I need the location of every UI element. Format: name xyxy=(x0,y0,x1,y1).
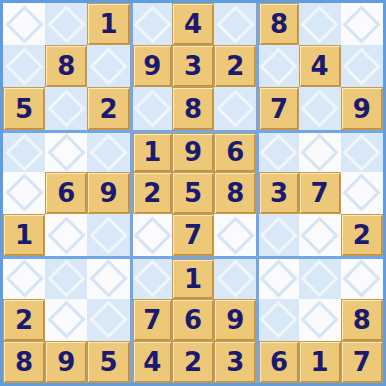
given-digit: 7 xyxy=(270,96,288,122)
given-digit: 1 xyxy=(311,349,329,375)
given-tile: 7 xyxy=(172,214,214,256)
given-digit: 8 xyxy=(353,307,371,333)
given-tile: 8 xyxy=(341,299,383,341)
given-digit: 2 xyxy=(100,96,118,122)
cell-r5c9[interactable] xyxy=(341,172,383,214)
given-digit: 9 xyxy=(226,307,244,333)
given-digit: 7 xyxy=(143,307,161,333)
diamond-pattern-icon xyxy=(301,216,339,254)
cell-r3c3: 2 xyxy=(87,87,129,129)
given-digit: 4 xyxy=(143,349,161,375)
cell-r1c6[interactable] xyxy=(214,3,256,45)
given-digit: 6 xyxy=(184,307,202,333)
given-tile: 7 xyxy=(299,172,341,214)
diamond-pattern-icon xyxy=(47,216,85,254)
diamond-pattern-icon xyxy=(89,47,127,85)
cell-r7c6[interactable] xyxy=(214,256,256,298)
given-digit: 8 xyxy=(57,53,75,79)
given-tile: 6 xyxy=(45,172,87,214)
given-digit: 1 xyxy=(184,266,202,292)
cell-r4c5: 9 xyxy=(172,130,214,172)
diamond-pattern-icon xyxy=(5,5,43,43)
given-digit: 6 xyxy=(226,139,244,165)
cell-r5c2: 6 xyxy=(45,172,87,214)
given-tile: 9 xyxy=(87,172,129,214)
given-tile: 3 xyxy=(259,172,298,214)
diamond-pattern-icon xyxy=(47,89,85,127)
given-tile: 4 xyxy=(299,45,341,87)
cell-r3c6[interactable] xyxy=(214,87,256,129)
cell-r4c3[interactable] xyxy=(87,130,129,172)
cell-r2c2: 8 xyxy=(45,45,87,87)
given-tile: 8 xyxy=(3,341,45,383)
given-digit: 9 xyxy=(353,96,371,122)
cell-r3c8[interactable] xyxy=(299,87,341,129)
given-digit: 5 xyxy=(100,349,118,375)
given-tile: 5 xyxy=(3,87,45,129)
given-digit: 1 xyxy=(100,11,118,37)
given-tile: 2 xyxy=(341,214,383,256)
diamond-pattern-icon xyxy=(5,133,43,171)
given-digit: 2 xyxy=(353,222,371,248)
cell-r1c2[interactable] xyxy=(45,3,87,45)
given-digit: 4 xyxy=(184,11,202,37)
given-tile: 9 xyxy=(172,133,214,172)
given-tile: 1 xyxy=(299,341,341,383)
diamond-pattern-icon xyxy=(89,216,127,254)
cell-r9c5: 2 xyxy=(172,341,214,383)
cell-r4c4: 1 xyxy=(130,130,172,172)
cell-r5c8: 7 xyxy=(299,172,341,214)
cell-r6c7[interactable] xyxy=(256,214,298,256)
cell-r8c5: 6 xyxy=(172,299,214,341)
given-digit: 3 xyxy=(184,53,202,79)
cell-r3c4[interactable] xyxy=(130,87,172,129)
given-tile: 1 xyxy=(133,133,172,172)
given-tile: 5 xyxy=(172,172,214,214)
given-digit: 8 xyxy=(270,11,288,37)
cell-r9c6: 3 xyxy=(214,341,256,383)
diamond-pattern-icon xyxy=(260,133,298,171)
given-digit: 5 xyxy=(184,180,202,206)
diamond-pattern-icon xyxy=(343,174,381,212)
cell-r1c9[interactable] xyxy=(341,3,383,45)
given-digit: 2 xyxy=(184,349,202,375)
cell-r7c9[interactable] xyxy=(341,256,383,298)
cell-r6c5: 7 xyxy=(172,214,214,256)
given-tile: 9 xyxy=(133,45,172,87)
cell-r9c8: 1 xyxy=(299,341,341,383)
cell-r3c7: 7 xyxy=(256,87,298,129)
cell-r5c7: 3 xyxy=(256,172,298,214)
diamond-pattern-icon xyxy=(260,47,298,85)
cell-r9c9: 7 xyxy=(341,341,383,383)
diamond-pattern-icon xyxy=(260,301,298,339)
given-tile: 7 xyxy=(341,341,383,383)
cell-r4c6: 6 xyxy=(214,130,256,172)
cell-r5c4: 2 xyxy=(130,172,172,214)
given-digit: 4 xyxy=(311,53,329,79)
cell-r7c7[interactable] xyxy=(256,256,298,298)
diamond-pattern-icon xyxy=(133,216,171,254)
diamond-pattern-icon xyxy=(301,260,339,298)
given-tile: 1 xyxy=(87,3,129,45)
given-digit: 8 xyxy=(226,180,244,206)
given-tile: 7 xyxy=(259,87,298,129)
cell-r2c4: 9 xyxy=(130,45,172,87)
cell-r7c8[interactable] xyxy=(299,256,341,298)
given-digit: 8 xyxy=(15,349,33,375)
given-tile: 3 xyxy=(214,341,256,383)
diamond-pattern-icon xyxy=(301,133,339,171)
given-digit: 2 xyxy=(143,180,161,206)
diamond-pattern-icon xyxy=(216,216,254,254)
cell-r1c4[interactable] xyxy=(130,3,172,45)
diamond-pattern-icon xyxy=(47,301,85,339)
given-tile: 3 xyxy=(172,45,214,87)
cell-r3c5: 8 xyxy=(172,87,214,129)
diamond-pattern-icon xyxy=(47,260,85,298)
cell-r8c8[interactable] xyxy=(299,299,341,341)
given-tile: 9 xyxy=(214,299,256,341)
given-tile: 9 xyxy=(341,87,383,129)
given-tile: 8 xyxy=(214,172,256,214)
cell-r4c8[interactable] xyxy=(299,130,341,172)
given-tile: 4 xyxy=(133,341,172,383)
given-tile: 1 xyxy=(3,214,45,256)
cell-r3c9: 9 xyxy=(341,87,383,129)
cell-r7c1[interactable] xyxy=(3,256,45,298)
diamond-pattern-icon xyxy=(133,260,171,298)
given-tile: 8 xyxy=(45,45,87,87)
given-digit: 2 xyxy=(15,307,33,333)
diamond-pattern-icon xyxy=(5,260,43,298)
cell-r8c4: 7 xyxy=(130,299,172,341)
diamond-pattern-icon xyxy=(216,260,254,298)
cell-r3c2[interactable] xyxy=(45,87,87,129)
diamond-pattern-icon xyxy=(5,174,43,212)
cell-r9c4: 4 xyxy=(130,341,172,383)
given-digit: 5 xyxy=(15,96,33,122)
given-digit: 9 xyxy=(100,180,118,206)
cell-r8c2[interactable] xyxy=(45,299,87,341)
cell-r2c3[interactable] xyxy=(87,45,129,87)
cell-r6c4[interactable] xyxy=(130,214,172,256)
given-tile: 2 xyxy=(87,87,129,129)
given-digit: 6 xyxy=(57,180,75,206)
cell-r1c3: 1 xyxy=(87,3,129,45)
cell-r7c5: 1 xyxy=(172,256,214,298)
given-digit: 9 xyxy=(184,139,202,165)
cell-r9c2: 9 xyxy=(45,341,87,383)
cell-r9c1: 8 xyxy=(3,341,45,383)
given-tile: 2 xyxy=(214,45,256,87)
given-digit: 7 xyxy=(184,222,202,248)
cell-r8c1: 2 xyxy=(3,299,45,341)
given-tile: 4 xyxy=(172,3,214,45)
cell-r6c1: 1 xyxy=(3,214,45,256)
given-digit: 3 xyxy=(270,180,288,206)
cell-r1c8[interactable] xyxy=(299,3,341,45)
given-tile: 9 xyxy=(45,341,87,383)
cell-r6c6[interactable] xyxy=(214,214,256,256)
given-tile: 8 xyxy=(172,87,214,129)
diamond-pattern-icon xyxy=(216,89,254,127)
cell-r1c7: 8 xyxy=(256,3,298,45)
given-digit: 3 xyxy=(226,349,244,375)
given-digit: 9 xyxy=(143,53,161,79)
diamond-pattern-icon xyxy=(133,89,171,127)
diamond-pattern-icon xyxy=(89,301,127,339)
given-tile: 2 xyxy=(3,299,45,341)
cell-r2c8: 4 xyxy=(299,45,341,87)
cell-r2c6: 2 xyxy=(214,45,256,87)
cell-r2c1[interactable] xyxy=(3,45,45,87)
given-tile: 6 xyxy=(259,341,298,383)
cell-r4c2[interactable] xyxy=(45,130,87,172)
cell-r4c9[interactable] xyxy=(341,130,383,172)
given-digit: 8 xyxy=(184,96,202,122)
cell-r2c9[interactable] xyxy=(341,45,383,87)
given-tile: 8 xyxy=(259,3,298,45)
diamond-pattern-icon xyxy=(343,47,381,85)
given-tile: 1 xyxy=(172,259,214,298)
diamond-pattern-icon xyxy=(89,133,127,171)
cell-r7c4[interactable] xyxy=(130,256,172,298)
diamond-pattern-icon xyxy=(260,216,298,254)
given-digit: 7 xyxy=(311,180,329,206)
given-digit: 7 xyxy=(353,349,371,375)
cell-r5c5: 5 xyxy=(172,172,214,214)
cell-r5c6: 8 xyxy=(214,172,256,214)
given-digit: 9 xyxy=(57,349,75,375)
cell-r6c8[interactable] xyxy=(299,214,341,256)
diamond-pattern-icon xyxy=(301,89,339,127)
given-digit: 6 xyxy=(270,349,288,375)
sudoku-board: 1488932452879196692583717212769889542361… xyxy=(0,0,386,386)
cell-r1c5: 4 xyxy=(172,3,214,45)
diamond-pattern-icon xyxy=(133,5,171,43)
given-tile: 6 xyxy=(172,299,214,341)
cell-r5c1[interactable] xyxy=(3,172,45,214)
diamond-pattern-icon xyxy=(343,260,381,298)
diamond-pattern-icon xyxy=(47,5,85,43)
cell-r4c1[interactable] xyxy=(3,130,45,172)
cell-r4c7[interactable] xyxy=(256,130,298,172)
diamond-pattern-icon xyxy=(5,47,43,85)
diamond-pattern-icon xyxy=(260,260,298,298)
cell-r2c5: 3 xyxy=(172,45,214,87)
diamond-pattern-icon xyxy=(47,133,85,171)
cell-r2c7[interactable] xyxy=(256,45,298,87)
cell-r3c1: 5 xyxy=(3,87,45,129)
diamond-pattern-icon xyxy=(343,133,381,171)
given-digit: 1 xyxy=(143,139,161,165)
diamond-pattern-icon xyxy=(301,5,339,43)
given-tile: 7 xyxy=(133,299,172,341)
diamond-pattern-icon xyxy=(89,260,127,298)
cell-r9c7: 6 xyxy=(256,341,298,383)
cell-r1c1[interactable] xyxy=(3,3,45,45)
cell-r8c9: 8 xyxy=(341,299,383,341)
diamond-pattern-icon xyxy=(301,301,339,339)
cell-r6c2[interactable] xyxy=(45,214,87,256)
cell-r6c3[interactable] xyxy=(87,214,129,256)
cell-r7c2[interactable] xyxy=(45,256,87,298)
cell-r8c3[interactable] xyxy=(87,299,129,341)
given-tile: 6 xyxy=(214,133,256,172)
given-tile: 5 xyxy=(87,341,129,383)
cell-r7c3[interactable] xyxy=(87,256,129,298)
given-digit: 2 xyxy=(226,53,244,79)
given-tile: 2 xyxy=(133,172,172,214)
cell-r6c9: 2 xyxy=(341,214,383,256)
diamond-pattern-icon xyxy=(343,5,381,43)
cell-r5c3: 9 xyxy=(87,172,129,214)
given-digit: 1 xyxy=(15,222,33,248)
diamond-pattern-icon xyxy=(216,5,254,43)
cell-r9c3: 5 xyxy=(87,341,129,383)
cell-r8c7[interactable] xyxy=(256,299,298,341)
given-tile: 2 xyxy=(172,341,214,383)
cell-r8c6: 9 xyxy=(214,299,256,341)
